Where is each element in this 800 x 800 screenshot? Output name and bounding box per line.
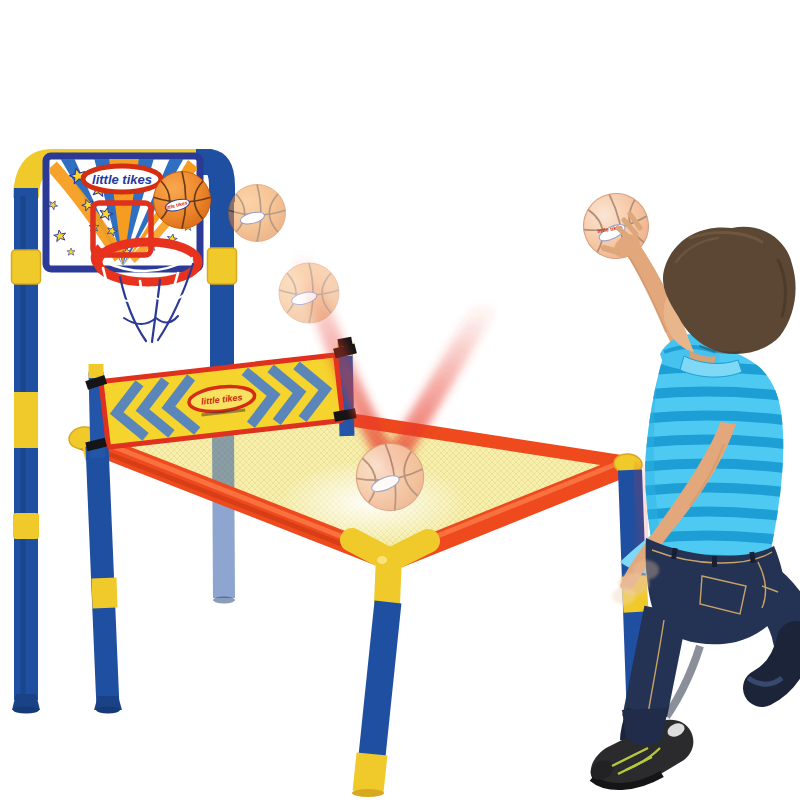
front-leg bbox=[372, 602, 388, 756]
front-leg-foot-cap bbox=[352, 789, 384, 797]
product-photo: little tikes bbox=[0, 0, 800, 800]
left-pole-foot-cap bbox=[13, 707, 39, 714]
scene-illustration: little tikes bbox=[0, 0, 800, 800]
ball-trail-1 bbox=[229, 185, 286, 242]
connector-highlight bbox=[377, 556, 387, 564]
jeans-cuff bbox=[622, 708, 668, 745]
backboard-logo-text: little tikes bbox=[92, 172, 152, 187]
left-leg-foot-cap bbox=[96, 707, 120, 714]
front-corner-stem bbox=[387, 556, 389, 604]
ball-trail-2 bbox=[279, 263, 339, 323]
left-corner-leg bbox=[97, 446, 108, 708]
left-pole-yellow-band bbox=[13, 513, 39, 539]
front-leg-foot bbox=[368, 754, 372, 792]
left-pole-yellow-segment bbox=[14, 392, 38, 448]
left-pole-yellow-collar bbox=[12, 250, 41, 284]
back-leg-ghost-tip bbox=[213, 597, 235, 604]
left-leg-yellow-band bbox=[104, 578, 105, 608]
right-pole-yellow-collar bbox=[208, 248, 237, 284]
back-leg-ghost bbox=[223, 430, 224, 598]
